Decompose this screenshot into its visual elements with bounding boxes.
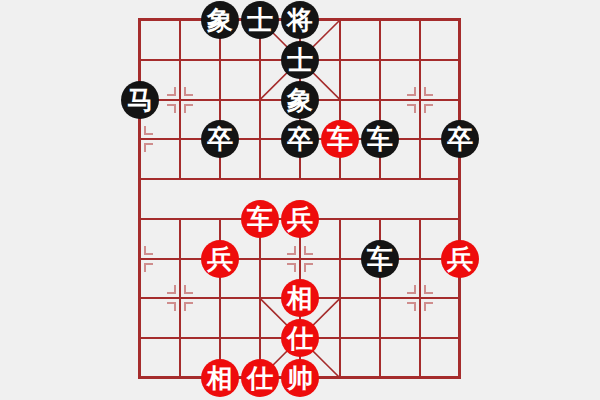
piece-red-soldier[interactable]: 兵 (201, 240, 239, 278)
piece-black-soldier[interactable]: 卒 (201, 120, 239, 158)
piece-black-advisor[interactable]: 士 (241, 1, 279, 39)
piece-black-elephant[interactable]: 象 (281, 81, 319, 119)
piece-black-horse[interactable]: 马 (121, 81, 159, 119)
piece-black-general[interactable]: 将 (281, 1, 319, 39)
piece-black-advisor[interactable]: 士 (281, 41, 319, 79)
piece-red-soldier[interactable]: 兵 (281, 200, 319, 238)
piece-black-elephant[interactable]: 象 (201, 1, 239, 39)
piece-red-elephant[interactable]: 相 (281, 279, 319, 317)
piece-black-soldier[interactable]: 卒 (281, 120, 319, 158)
piece-red-advisor[interactable]: 仕 (241, 359, 279, 397)
piece-red-elephant[interactable]: 相 (201, 359, 239, 397)
xiangqi-board: 象士将士马象卒卒车车卒车兵兵车兵相仕相仕帅 (0, 0, 600, 400)
piece-red-chariot[interactable]: 车 (241, 200, 279, 238)
piece-black-chariot[interactable]: 车 (361, 240, 399, 278)
piece-red-soldier[interactable]: 兵 (441, 240, 479, 278)
pieces-grid: 象士将士马象卒卒车车卒车兵兵车兵相仕相仕帅 (120, 0, 480, 398)
piece-red-general[interactable]: 帅 (281, 359, 319, 397)
piece-red-chariot[interactable]: 车 (321, 120, 359, 158)
piece-black-chariot[interactable]: 车 (361, 120, 399, 158)
piece-red-advisor[interactable]: 仕 (281, 319, 319, 357)
piece-black-soldier[interactable]: 卒 (441, 120, 479, 158)
